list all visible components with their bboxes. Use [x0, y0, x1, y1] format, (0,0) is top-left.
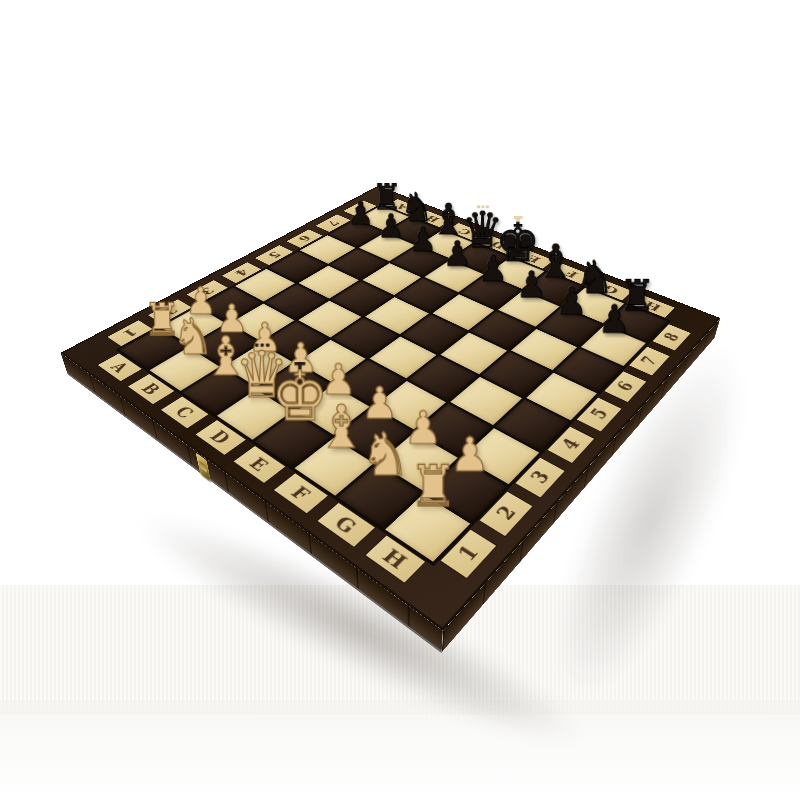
rank-label: 8 [661, 331, 682, 343]
queen-ball-finials: ••• [253, 339, 270, 351]
file-label: G [331, 513, 360, 536]
rank-label: 6 [296, 234, 313, 243]
file-label: D [207, 428, 234, 447]
rank-label: 6 [614, 379, 637, 393]
rank-label: 5 [265, 250, 283, 259]
king-cross-finial: ✚ [513, 211, 522, 223]
chess-piece-black-pawn[interactable]: ♟ [586, 300, 644, 339]
king-cross-finial: ✚ [293, 356, 305, 372]
background-mat-fade [0, 700, 800, 800]
rank-label: 5 [588, 406, 612, 421]
rank-label: 4 [559, 436, 584, 453]
rank-label: 3 [527, 468, 553, 486]
rank-label: 1 [455, 542, 483, 564]
file-label: H [379, 545, 411, 572]
file-label: C [172, 404, 197, 421]
brass-clasp-icon [195, 452, 210, 482]
chess-piece-white-rook[interactable]: ♜ [396, 458, 471, 515]
file-label: B [139, 381, 164, 397]
file-label: E [246, 454, 272, 473]
rank-label: 2 [493, 503, 520, 523]
file-label: F [288, 483, 314, 503]
rank-label: 7 [638, 354, 660, 367]
rank-label: 4 [233, 268, 251, 278]
queen-ball-finials: ••• [476, 202, 489, 211]
file-label: A [108, 360, 132, 374]
